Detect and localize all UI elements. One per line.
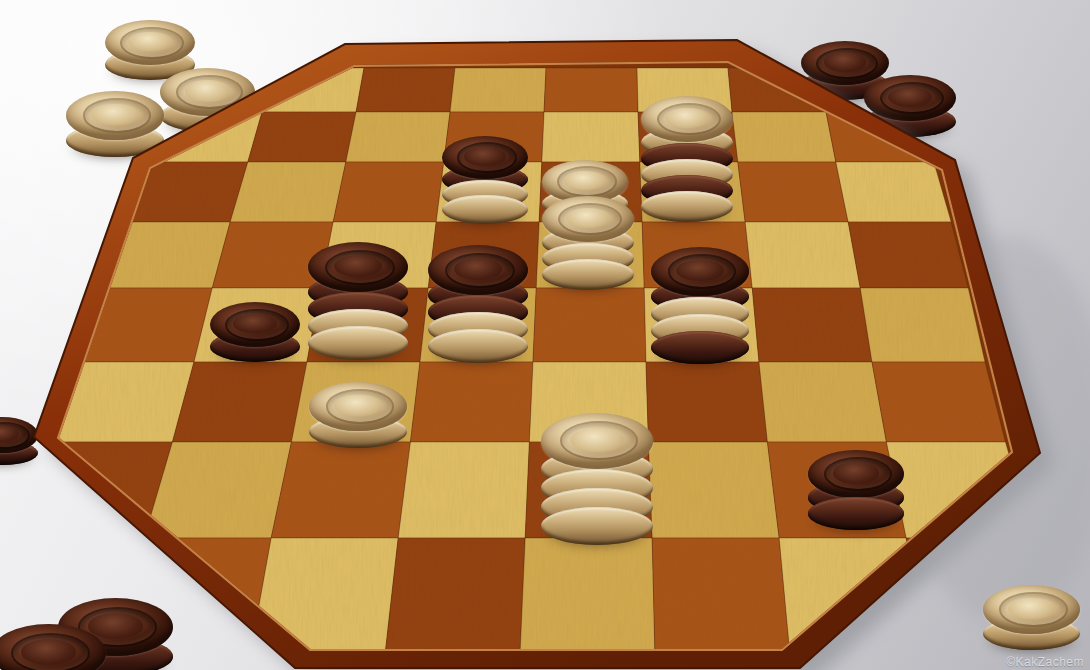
checker-dome [233,314,276,334]
checker-dome [334,255,382,277]
checker-band-light [428,329,528,363]
checker-band-light [308,326,408,360]
checker-dome [185,80,231,101]
checker-cap-light [983,585,1080,634]
piece-shadow [41,645,191,670]
checker-table-left-edge[interactable] [0,417,38,465]
checker-cap-light [160,68,255,116]
checker-band-dark [442,165,528,194]
checker-stack-e5[interactable] [542,196,634,290]
checker-band-dark [58,637,173,670]
checker-band-dark [428,278,528,312]
checker-stack-e2[interactable] [541,413,653,545]
checker-band-light [309,415,407,448]
square-b4[interactable] [194,288,320,362]
checker-band-light [105,49,195,80]
checker-cap-dark [0,417,38,453]
square-a1[interactable] [0,538,144,655]
piece-shadow [413,336,543,372]
checker-dome [566,208,610,228]
checker-dome [564,171,605,190]
checker-band-light [442,195,528,224]
checker-ring [83,98,152,132]
checker-dome [570,428,624,453]
square-e4[interactable] [533,288,646,362]
checker-band-dark [651,280,749,313]
checker-ring [560,421,638,460]
checker-band-light [66,124,164,157]
checker-stack-d6[interactable] [442,136,528,224]
square-e8[interactable] [544,68,638,112]
checker-cap-dark [801,41,889,85]
piece-shadow [636,338,763,373]
square-b6[interactable] [230,162,346,222]
checker-band-light [542,189,628,218]
checker-band-light [541,450,653,488]
checker-cap-dark [58,598,173,656]
checker-ring [824,457,891,491]
checker-dome [88,613,143,639]
checker-ring [11,633,91,670]
pieces-layer-front [0,0,1090,670]
piece-shadow [528,265,648,298]
scene: ©KakZachem [0,0,1090,670]
checker-dome [676,260,723,282]
checker-cap-light [66,91,164,140]
checker-band-dark [651,331,749,364]
checker-cap-light [105,20,195,65]
checker-band-dark [210,331,300,362]
checker-stack-f4[interactable] [651,247,749,364]
checker-band-light [541,469,653,507]
checker-ring [999,592,1067,626]
octagonal-board [0,0,1090,670]
checker-cap-dark [308,242,408,292]
square-b5[interactable] [212,222,333,288]
checker-table-top-left-3[interactable] [66,91,164,157]
checker-stack-c4[interactable] [308,242,408,360]
checker-stack-f6[interactable] [641,96,733,222]
checker-band-light [641,191,733,222]
checker-ring [0,422,30,448]
square-g8[interactable] [728,68,826,112]
square-d6[interactable] [436,162,542,222]
square-h6[interactable] [836,162,951,222]
square-d1[interactable] [385,538,525,655]
checker-band-dark [641,143,733,174]
checker-dome [91,104,138,126]
checker-ring [668,254,737,288]
checker-cap-light [541,413,653,469]
checker-cap-dark [428,245,528,295]
square-a4[interactable] [81,288,212,362]
piece-shadow [968,624,1090,659]
frame-bevel [58,62,1012,650]
checker-band-light [651,297,749,330]
checker-stack-c3[interactable] [309,382,407,448]
square-b2[interactable] [144,442,291,538]
checker-ring [457,142,518,173]
board-frame [34,40,1040,668]
checker-cap-light [641,96,733,142]
checker-ring [816,48,878,79]
pieces-layer-behind-board [0,0,1090,670]
square-e1[interactable] [520,538,655,655]
checker-dome [665,108,709,128]
checker-ring [326,389,395,423]
piece-shadow [627,197,747,230]
piece-shadow [197,338,314,370]
square-e5[interactable] [536,222,644,288]
square-d4[interactable] [420,288,536,362]
square-f2[interactable] [648,442,779,538]
square-h4[interactable] [860,288,985,362]
checker-band-dark [641,175,733,206]
checker-stack-d4[interactable] [428,245,528,363]
checker-band-dark [428,295,528,329]
square-e2[interactable] [525,442,652,538]
checker-stack-g2[interactable] [808,450,904,530]
square-d5[interactable] [428,222,539,288]
square-g3[interactable] [759,362,886,442]
square-d3[interactable] [410,362,533,442]
piece-shadow [293,333,423,369]
square-a2[interactable] [17,442,172,538]
checker-cap-dark [864,75,956,121]
checker-ring [558,203,623,236]
checker-band-light [641,159,733,190]
square-c2[interactable] [271,442,410,538]
checker-ring [880,82,945,115]
wood-grain-overlay [58,62,1012,650]
square-h7[interactable] [826,112,934,162]
checker-table-top-left-2[interactable] [160,68,255,132]
square-e6[interactable] [539,162,642,222]
checker-table-bottom-right-1[interactable] [983,585,1080,650]
square-d8[interactable] [450,68,546,112]
checker-ring [78,607,158,647]
checker-cap-dark [442,136,528,179]
piece-shadow [429,201,541,232]
checker-band-light [308,309,408,343]
checker-dome [833,462,879,483]
checker-table-top-left-1[interactable] [105,20,195,80]
checker-cap-light [309,382,407,431]
square-f4[interactable] [644,288,759,362]
piece-shadow [529,195,641,226]
checker-cap-dark [651,247,749,296]
checker-dome [334,395,381,417]
checker-band-dark [801,70,889,100]
checker-band-dark [808,481,904,514]
square-h5[interactable] [848,222,968,288]
square-d2[interactable] [398,442,529,538]
checker-band-dark [864,106,956,137]
square-f1[interactable] [652,538,790,655]
square-f6[interactable] [640,162,745,222]
checker-table-bottom-left-1[interactable] [58,598,173,670]
checker-cap-dark [210,302,300,347]
square-c7[interactable] [346,112,450,162]
table-shadow-right [900,235,1090,625]
square-e7[interactable] [542,112,640,162]
checker-band-light [651,314,749,347]
piece-shadow [788,76,902,108]
checker-band-dark [308,292,408,326]
checker-ring [176,75,243,109]
square-c3[interactable] [291,362,420,442]
checker-band-dark [308,275,408,309]
checker-dome [888,87,932,107]
square-g1[interactable] [779,538,925,655]
board-drop-shadow [48,52,1054,670]
square-a3[interactable] [53,362,194,442]
checker-band-light [160,100,255,132]
square-e3[interactable] [529,362,648,442]
piece-shadow [850,112,970,145]
square-g4[interactable] [752,288,872,362]
checker-band-light [542,259,634,290]
checker-band-light [542,243,634,274]
square-c4[interactable] [307,288,428,362]
checker-table-top-right-1[interactable] [801,41,889,100]
squares-grid [0,62,1060,655]
checker-ring [557,166,618,197]
checker-table-bottom-left-2[interactable] [0,624,106,670]
square-c6[interactable] [333,162,444,222]
square-b1[interactable] [115,538,271,655]
checker-dome [1008,598,1055,620]
checker-dome [128,32,171,52]
watermark: ©KakZachem [1006,655,1084,669]
square-g7[interactable] [732,112,836,162]
piece-shadow [146,106,270,140]
square-c5[interactable] [320,222,436,288]
checker-table-top-right-2[interactable] [864,75,956,137]
square-a8[interactable] [168,68,273,112]
checker-band-light [641,127,733,158]
square-h8[interactable] [819,68,920,112]
checker-band-dark [0,441,38,465]
square-g6[interactable] [738,162,848,222]
board-base [58,62,1012,650]
square-b8[interactable] [262,68,364,112]
square-f5[interactable] [642,222,752,288]
square-h2[interactable] [886,442,1033,538]
square-f3[interactable] [646,362,767,442]
checker-band-light [541,507,653,545]
square-a5[interactable] [104,222,230,288]
checker-stack-e6[interactable] [542,160,628,218]
square-f7[interactable] [638,112,738,162]
square-b3[interactable] [172,362,307,442]
checker-band-light [428,312,528,346]
checker-ring [225,309,288,341]
checker-cap-dark [0,624,106,670]
square-a7[interactable] [150,112,262,162]
checker-band-light [541,488,653,526]
checker-ring [445,253,515,288]
checker-dome [824,52,866,71]
checker-stack-b4[interactable] [210,302,300,362]
checker-band-dark [808,497,904,530]
square-b7[interactable] [248,112,356,162]
square-a6[interactable] [127,162,248,222]
piece-shadow [92,56,209,88]
checker-ring [657,103,722,136]
checker-cap-dark [808,450,904,498]
square-c1[interactable] [250,538,398,655]
checker-band-light [542,227,634,258]
checker-band-light [442,180,528,209]
square-h1[interactable] [906,538,1060,655]
piece-shadow [0,446,49,472]
square-g2[interactable] [767,442,906,538]
checker-dome [464,147,505,166]
piece-shadow [524,515,670,555]
square-h3[interactable] [872,362,1005,442]
checker-cap-light [542,160,628,203]
checker-dome [454,258,502,280]
square-g5[interactable] [745,222,860,288]
square-f8[interactable] [637,68,732,112]
square-d7[interactable] [444,112,544,162]
checker-band-light [983,617,1080,650]
checker-ring [120,27,183,59]
checker-cap-light [542,196,634,242]
checker-dome [21,639,76,665]
piece-shadow [51,131,178,166]
checker-band-dark [0,663,106,670]
piece-shadow [294,422,421,457]
checker-dome [0,426,19,442]
piece-shadow [794,504,919,539]
checker-ring [325,250,395,285]
square-c8[interactable] [356,68,455,112]
